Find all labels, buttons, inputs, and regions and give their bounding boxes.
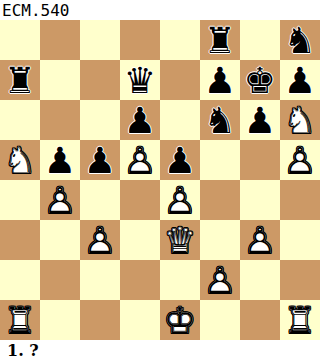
square-c8[interactable] bbox=[80, 20, 120, 60]
black-pawn[interactable]: ♟ bbox=[240, 100, 280, 140]
piece-glyph: ♜ bbox=[0, 60, 40, 100]
square-h7[interactable]: ♟ bbox=[280, 60, 320, 100]
square-c2[interactable] bbox=[80, 260, 120, 300]
piece-glyph: ♟ bbox=[240, 100, 280, 140]
square-d8[interactable] bbox=[120, 20, 160, 60]
square-d1[interactable] bbox=[120, 300, 160, 340]
square-d4[interactable] bbox=[120, 180, 160, 220]
black-knight[interactable]: ♞ bbox=[200, 100, 240, 140]
square-a1[interactable]: ♜♖ bbox=[0, 300, 40, 340]
chess-board: ♜♞♜♛♟♚♟♟♞♟♞♘♞♘♟♟♟♙♟♟♙♟♙♟♙♟♙♛♕♟♙♟♙♜♖♚♔♜♖ bbox=[0, 20, 320, 340]
white-king[interactable]: ♚♔ bbox=[160, 300, 200, 340]
move-prompt: 1. ? bbox=[7, 341, 39, 360]
white-rook[interactable]: ♜♖ bbox=[0, 300, 40, 340]
square-f3[interactable] bbox=[200, 220, 240, 260]
piece-outline-glyph: ♙ bbox=[200, 260, 240, 300]
square-f7[interactable]: ♟ bbox=[200, 60, 240, 100]
square-e6[interactable] bbox=[160, 100, 200, 140]
white-pawn[interactable]: ♟♙ bbox=[120, 140, 160, 180]
square-e5[interactable]: ♟ bbox=[160, 140, 200, 180]
square-d6[interactable]: ♟ bbox=[120, 100, 160, 140]
square-a4[interactable] bbox=[0, 180, 40, 220]
square-g3[interactable]: ♟♙ bbox=[240, 220, 280, 260]
piece-outline-glyph: ♖ bbox=[0, 300, 40, 340]
piece-outline-glyph: ♔ bbox=[160, 300, 200, 340]
black-pawn[interactable]: ♟ bbox=[200, 60, 240, 100]
square-g7[interactable]: ♚ bbox=[240, 60, 280, 100]
white-pawn[interactable]: ♟♙ bbox=[80, 220, 120, 260]
square-f1[interactable] bbox=[200, 300, 240, 340]
square-b5[interactable]: ♟ bbox=[40, 140, 80, 180]
square-c5[interactable]: ♟ bbox=[80, 140, 120, 180]
square-d7[interactable]: ♛ bbox=[120, 60, 160, 100]
square-b3[interactable] bbox=[40, 220, 80, 260]
square-g4[interactable] bbox=[240, 180, 280, 220]
piece-glyph: ♟ bbox=[40, 140, 80, 180]
square-d3[interactable] bbox=[120, 220, 160, 260]
white-pawn[interactable]: ♟♙ bbox=[240, 220, 280, 260]
square-f4[interactable] bbox=[200, 180, 240, 220]
puzzle-title: ECM.540 bbox=[2, 1, 69, 20]
square-f8[interactable]: ♜ bbox=[200, 20, 240, 60]
square-e8[interactable] bbox=[160, 20, 200, 60]
square-a6[interactable] bbox=[0, 100, 40, 140]
black-rook[interactable]: ♜ bbox=[200, 20, 240, 60]
black-knight[interactable]: ♞ bbox=[280, 20, 320, 60]
black-queen[interactable]: ♛ bbox=[120, 60, 160, 100]
square-b6[interactable] bbox=[40, 100, 80, 140]
square-g8[interactable] bbox=[240, 20, 280, 60]
black-king[interactable]: ♚ bbox=[240, 60, 280, 100]
square-g2[interactable] bbox=[240, 260, 280, 300]
square-d5[interactable]: ♟♙ bbox=[120, 140, 160, 180]
square-a7[interactable]: ♜ bbox=[0, 60, 40, 100]
piece-outline-glyph: ♘ bbox=[280, 100, 320, 140]
square-a8[interactable] bbox=[0, 20, 40, 60]
square-h8[interactable]: ♞ bbox=[280, 20, 320, 60]
black-pawn[interactable]: ♟ bbox=[120, 100, 160, 140]
black-pawn[interactable]: ♟ bbox=[80, 140, 120, 180]
piece-outline-glyph: ♖ bbox=[280, 300, 320, 340]
white-knight[interactable]: ♞♘ bbox=[0, 140, 40, 180]
piece-outline-glyph: ♙ bbox=[160, 180, 200, 220]
white-pawn[interactable]: ♟♙ bbox=[280, 140, 320, 180]
piece-glyph: ♟ bbox=[200, 60, 240, 100]
square-c3[interactable]: ♟♙ bbox=[80, 220, 120, 260]
square-g5[interactable] bbox=[240, 140, 280, 180]
piece-glyph: ♛ bbox=[120, 60, 160, 100]
square-b2[interactable] bbox=[40, 260, 80, 300]
black-pawn[interactable]: ♟ bbox=[280, 60, 320, 100]
white-knight[interactable]: ♞♘ bbox=[280, 100, 320, 140]
piece-glyph: ♞ bbox=[280, 20, 320, 60]
square-h5[interactable]: ♟♙ bbox=[280, 140, 320, 180]
square-e1[interactable]: ♚♔ bbox=[160, 300, 200, 340]
piece-outline-glyph: ♙ bbox=[240, 220, 280, 260]
square-e2[interactable] bbox=[160, 260, 200, 300]
square-g1[interactable] bbox=[240, 300, 280, 340]
square-f2[interactable]: ♟♙ bbox=[200, 260, 240, 300]
piece-glyph: ♚ bbox=[240, 60, 280, 100]
square-e3[interactable]: ♛♕ bbox=[160, 220, 200, 260]
piece-glyph: ♟ bbox=[80, 140, 120, 180]
square-a2[interactable] bbox=[0, 260, 40, 300]
square-b4[interactable]: ♟♙ bbox=[40, 180, 80, 220]
piece-outline-glyph: ♙ bbox=[40, 180, 80, 220]
black-pawn[interactable]: ♟ bbox=[160, 140, 200, 180]
square-h4[interactable] bbox=[280, 180, 320, 220]
square-c1[interactable] bbox=[80, 300, 120, 340]
black-pawn[interactable]: ♟ bbox=[40, 140, 80, 180]
square-a5[interactable]: ♞♘ bbox=[0, 140, 40, 180]
white-pawn[interactable]: ♟♙ bbox=[160, 180, 200, 220]
piece-outline-glyph: ♙ bbox=[120, 140, 160, 180]
square-d2[interactable] bbox=[120, 260, 160, 300]
piece-glyph: ♟ bbox=[120, 100, 160, 140]
piece-glyph: ♟ bbox=[160, 140, 200, 180]
piece-outline-glyph: ♙ bbox=[280, 140, 320, 180]
square-a3[interactable] bbox=[0, 220, 40, 260]
square-b1[interactable] bbox=[40, 300, 80, 340]
square-c4[interactable] bbox=[80, 180, 120, 220]
square-h3[interactable] bbox=[280, 220, 320, 260]
square-f6[interactable]: ♞ bbox=[200, 100, 240, 140]
square-h6[interactable]: ♞♘ bbox=[280, 100, 320, 140]
piece-glyph: ♟ bbox=[280, 60, 320, 100]
square-e4[interactable]: ♟♙ bbox=[160, 180, 200, 220]
page-header: ECM.540 bbox=[0, 0, 320, 20]
piece-outline-glyph: ♙ bbox=[80, 220, 120, 260]
white-pawn[interactable]: ♟♙ bbox=[200, 260, 240, 300]
square-h2[interactable] bbox=[280, 260, 320, 300]
page-footer: 1. ? bbox=[0, 340, 320, 360]
white-queen[interactable]: ♛♕ bbox=[160, 220, 200, 260]
white-pawn[interactable]: ♟♙ bbox=[40, 180, 80, 220]
black-rook[interactable]: ♜ bbox=[0, 60, 40, 100]
square-c7[interactable] bbox=[80, 60, 120, 100]
square-b8[interactable] bbox=[40, 20, 80, 60]
square-b7[interactable] bbox=[40, 60, 80, 100]
square-c6[interactable] bbox=[80, 100, 120, 140]
square-h1[interactable]: ♜♖ bbox=[280, 300, 320, 340]
square-f5[interactable] bbox=[200, 140, 240, 180]
piece-glyph: ♜ bbox=[200, 20, 240, 60]
square-g6[interactable]: ♟ bbox=[240, 100, 280, 140]
square-e7[interactable] bbox=[160, 60, 200, 100]
piece-outline-glyph: ♕ bbox=[160, 220, 200, 260]
piece-outline-glyph: ♘ bbox=[0, 140, 40, 180]
piece-glyph: ♞ bbox=[200, 100, 240, 140]
white-rook[interactable]: ♜♖ bbox=[280, 300, 320, 340]
